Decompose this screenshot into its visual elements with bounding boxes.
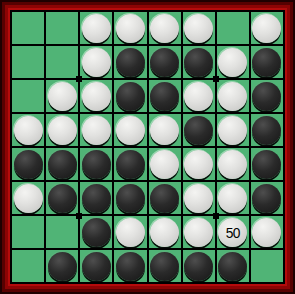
black-disc-d5 [116, 150, 145, 179]
cell-a3[interactable] [12, 80, 44, 112]
star-point [76, 76, 82, 82]
black-disc-c7 [82, 218, 111, 247]
cell-c6[interactable] [80, 182, 112, 214]
cell-f5[interactable] [183, 148, 215, 180]
cell-c1[interactable] [80, 12, 112, 44]
black-disc-c6 [82, 184, 111, 213]
cell-b4[interactable] [46, 114, 78, 146]
white-disc-b3 [48, 82, 77, 111]
cell-f4[interactable] [183, 114, 215, 146]
white-disc-h7 [252, 218, 281, 247]
white-disc-e7 [150, 218, 179, 247]
cell-b5[interactable] [46, 148, 78, 180]
cell-b8[interactable] [46, 250, 78, 282]
cell-f8[interactable] [183, 250, 215, 282]
cell-a1[interactable] [12, 12, 44, 44]
cell-d3[interactable] [114, 80, 146, 112]
white-disc-g7: 50 [218, 218, 247, 247]
black-disc-d3 [116, 82, 145, 111]
white-disc-h1 [252, 14, 281, 43]
cell-f2[interactable] [183, 46, 215, 78]
white-disc-c1 [82, 14, 111, 43]
board-frame-dark: 50 [2, 2, 293, 292]
black-disc-b6 [48, 184, 77, 213]
cell-e1[interactable] [149, 12, 181, 44]
cell-d7[interactable] [114, 216, 146, 248]
black-disc-d2 [116, 48, 145, 77]
black-disc-h6 [252, 184, 281, 213]
white-disc-d4 [116, 116, 145, 145]
black-disc-c5 [82, 150, 111, 179]
white-disc-c4 [82, 116, 111, 145]
cell-g4[interactable] [217, 114, 249, 146]
white-disc-g3 [218, 82, 247, 111]
cell-e7[interactable] [149, 216, 181, 248]
cell-a5[interactable] [12, 148, 44, 180]
black-disc-b5 [48, 150, 77, 179]
star-point [76, 213, 82, 219]
white-disc-a4 [14, 116, 43, 145]
white-disc-d7 [116, 218, 145, 247]
white-disc-g4 [218, 116, 247, 145]
white-disc-c2 [82, 48, 111, 77]
cell-h6[interactable] [251, 182, 283, 214]
cell-d8[interactable] [114, 250, 146, 282]
black-disc-e6 [150, 184, 179, 213]
star-point [213, 76, 219, 82]
black-disc-h5 [252, 150, 281, 179]
cell-g6[interactable] [217, 182, 249, 214]
cell-f1[interactable] [183, 12, 215, 44]
cell-e6[interactable] [149, 182, 181, 214]
cell-g8[interactable] [217, 250, 249, 282]
white-disc-e1 [150, 14, 179, 43]
cell-f6[interactable] [183, 182, 215, 214]
black-disc-b8 [48, 252, 77, 281]
cell-d6[interactable] [114, 182, 146, 214]
cell-a4[interactable] [12, 114, 44, 146]
black-disc-d6 [116, 184, 145, 213]
white-disc-g5 [218, 150, 247, 179]
move-number-label: 50 [226, 225, 240, 240]
cell-b1[interactable] [46, 12, 78, 44]
white-disc-f1 [184, 14, 213, 43]
white-disc-f7 [184, 218, 213, 247]
cell-c5[interactable] [80, 148, 112, 180]
cell-f7[interactable] [183, 216, 215, 248]
cell-c8[interactable] [80, 250, 112, 282]
cell-c2[interactable] [80, 46, 112, 78]
cell-e2[interactable] [149, 46, 181, 78]
cell-e8[interactable] [149, 250, 181, 282]
white-disc-f5 [184, 150, 213, 179]
cell-e4[interactable] [149, 114, 181, 146]
cell-d4[interactable] [114, 114, 146, 146]
cell-a6[interactable] [12, 182, 44, 214]
board-frame-mid: 50 [5, 5, 290, 289]
black-disc-f2 [184, 48, 213, 77]
black-disc-c8 [82, 252, 111, 281]
cell-b7[interactable] [46, 216, 78, 248]
white-disc-a6 [14, 184, 43, 213]
black-disc-a5 [14, 150, 43, 179]
cell-c3[interactable] [80, 80, 112, 112]
black-disc-f4 [184, 116, 213, 145]
black-disc-d8 [116, 252, 145, 281]
cell-h1[interactable] [251, 12, 283, 44]
board-frame-inner: 50 [8, 8, 287, 286]
cell-a7[interactable] [12, 216, 44, 248]
cell-h4[interactable] [251, 114, 283, 146]
board-frame-outer: 50 [0, 0, 295, 294]
black-disc-f8 [184, 252, 213, 281]
black-disc-e3 [150, 82, 179, 111]
white-disc-f6 [184, 184, 213, 213]
cell-e5[interactable] [149, 148, 181, 180]
cell-d2[interactable] [114, 46, 146, 78]
black-disc-h2 [252, 48, 281, 77]
cell-f3[interactable] [183, 80, 215, 112]
cell-h8[interactable] [251, 250, 283, 282]
cell-b2[interactable] [46, 46, 78, 78]
cell-h5[interactable] [251, 148, 283, 180]
white-disc-d1 [116, 14, 145, 43]
white-disc-e4 [150, 116, 179, 145]
black-disc-h3 [252, 82, 281, 111]
black-disc-e2 [150, 48, 179, 77]
cell-c4[interactable] [80, 114, 112, 146]
cell-g1[interactable] [217, 12, 249, 44]
white-disc-b4 [48, 116, 77, 145]
black-disc-g8 [218, 252, 247, 281]
cell-c7[interactable] [80, 216, 112, 248]
white-disc-g2 [218, 48, 247, 77]
cell-g2[interactable] [217, 46, 249, 78]
cell-g7[interactable]: 50 [217, 216, 249, 248]
cell-a8[interactable] [12, 250, 44, 282]
cell-e3[interactable] [149, 80, 181, 112]
cell-g3[interactable] [217, 80, 249, 112]
cell-h2[interactable] [251, 46, 283, 78]
cell-d5[interactable] [114, 148, 146, 180]
white-disc-f3 [184, 82, 213, 111]
white-disc-c3 [82, 82, 111, 111]
cell-d1[interactable] [114, 12, 146, 44]
black-disc-h4 [252, 116, 281, 145]
cell-h3[interactable] [251, 80, 283, 112]
cell-b6[interactable] [46, 182, 78, 214]
othello-board: 50 [10, 10, 285, 284]
white-disc-e5 [150, 150, 179, 179]
cell-h7[interactable] [251, 216, 283, 248]
white-disc-g6 [218, 184, 247, 213]
cell-g5[interactable] [217, 148, 249, 180]
star-point [213, 213, 219, 219]
black-disc-e8 [150, 252, 179, 281]
cell-a2[interactable] [12, 46, 44, 78]
cell-b3[interactable] [46, 80, 78, 112]
